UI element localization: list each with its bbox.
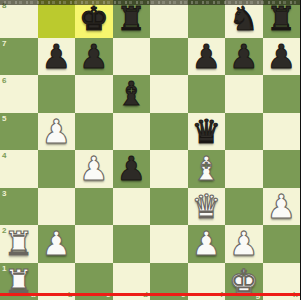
square-b3[interactable] bbox=[38, 188, 76, 226]
square-g8[interactable]: ♞ bbox=[225, 0, 263, 38]
square-g5[interactable] bbox=[225, 113, 263, 151]
square-h5[interactable] bbox=[263, 113, 301, 151]
square-b7[interactable]: ♟ bbox=[38, 38, 76, 76]
square-a6[interactable]: 6 bbox=[0, 75, 38, 113]
square-f3[interactable]: ♛ bbox=[188, 188, 226, 226]
square-e4[interactable] bbox=[150, 150, 188, 188]
rank-label-7: 7 bbox=[2, 39, 6, 48]
square-c4[interactable]: ♟ bbox=[75, 150, 113, 188]
square-e5[interactable] bbox=[150, 113, 188, 151]
square-f8[interactable] bbox=[188, 0, 226, 38]
square-c7[interactable]: ♟ bbox=[75, 38, 113, 76]
piece-black-king[interactable]: ♚ bbox=[75, 0, 113, 38]
square-d5[interactable] bbox=[113, 113, 151, 151]
square-e8[interactable] bbox=[150, 0, 188, 38]
video-title-text bbox=[4, 1, 296, 4]
piece-white-pawn[interactable]: ♟ bbox=[188, 225, 226, 263]
piece-black-pawn[interactable]: ♟ bbox=[38, 38, 76, 76]
square-h8[interactable]: ♜ bbox=[263, 0, 301, 38]
piece-black-pawn[interactable]: ♟ bbox=[263, 38, 301, 76]
piece-black-queen[interactable]: ♛ bbox=[188, 113, 226, 151]
rank-label-4: 4 bbox=[2, 151, 6, 160]
piece-black-rook[interactable]: ♜ bbox=[113, 0, 151, 38]
piece-white-pawn[interactable]: ♟ bbox=[38, 113, 76, 151]
square-d7[interactable] bbox=[113, 38, 151, 76]
square-g7[interactable]: ♟ bbox=[225, 38, 263, 76]
square-a2[interactable]: 2♜ bbox=[0, 225, 38, 263]
square-d2[interactable] bbox=[113, 225, 151, 263]
piece-black-knight[interactable]: ♞ bbox=[225, 0, 263, 38]
square-a8[interactable]: 8 bbox=[0, 0, 38, 38]
piece-white-rook[interactable]: ♜ bbox=[0, 225, 38, 263]
piece-white-bishop[interactable]: ♝ bbox=[188, 150, 226, 188]
square-h3[interactable]: ♟ bbox=[263, 188, 301, 226]
square-h2[interactable] bbox=[263, 225, 301, 263]
square-d6[interactable]: ♝ bbox=[113, 75, 151, 113]
square-a5[interactable]: 5 bbox=[0, 113, 38, 151]
square-b5[interactable]: ♟ bbox=[38, 113, 76, 151]
video-frame: 8♚♜♞♜7♟♟♟♟♟6♝5♟♛4♟♟♝3♛♟2♜♟♟♟1a♜bcdefg♚h bbox=[0, 0, 300, 300]
square-c5[interactable] bbox=[75, 113, 113, 151]
square-c2[interactable] bbox=[75, 225, 113, 263]
square-a3[interactable]: 3 bbox=[0, 188, 38, 226]
square-a7[interactable]: 7 bbox=[0, 38, 38, 76]
rank-label-6: 6 bbox=[2, 76, 6, 85]
video-progress-bar[interactable] bbox=[0, 293, 300, 296]
square-f6[interactable] bbox=[188, 75, 226, 113]
piece-white-pawn[interactable]: ♟ bbox=[225, 225, 263, 263]
square-e7[interactable] bbox=[150, 38, 188, 76]
square-c6[interactable] bbox=[75, 75, 113, 113]
square-b6[interactable] bbox=[38, 75, 76, 113]
square-f5[interactable]: ♛ bbox=[188, 113, 226, 151]
piece-white-pawn[interactable]: ♟ bbox=[263, 188, 301, 226]
square-g2[interactable]: ♟ bbox=[225, 225, 263, 263]
square-d3[interactable] bbox=[113, 188, 151, 226]
square-h4[interactable] bbox=[263, 150, 301, 188]
square-e2[interactable] bbox=[150, 225, 188, 263]
square-e3[interactable] bbox=[150, 188, 188, 226]
chess-board: 8♚♜♞♜7♟♟♟♟♟6♝5♟♛4♟♟♝3♛♟2♜♟♟♟1a♜bcdefg♚h bbox=[0, 0, 300, 300]
square-b2[interactable]: ♟ bbox=[38, 225, 76, 263]
square-b4[interactable] bbox=[38, 150, 76, 188]
square-h6[interactable] bbox=[263, 75, 301, 113]
square-h7[interactable]: ♟ bbox=[263, 38, 301, 76]
square-g4[interactable] bbox=[225, 150, 263, 188]
piece-black-pawn[interactable]: ♟ bbox=[225, 38, 263, 76]
square-g6[interactable] bbox=[225, 75, 263, 113]
piece-white-pawn[interactable]: ♟ bbox=[38, 225, 76, 263]
video-title-overlay bbox=[0, 0, 300, 5]
square-f7[interactable]: ♟ bbox=[188, 38, 226, 76]
piece-black-pawn[interactable]: ♟ bbox=[188, 38, 226, 76]
piece-white-pawn[interactable]: ♟ bbox=[75, 150, 113, 188]
square-c3[interactable] bbox=[75, 188, 113, 226]
piece-black-bishop[interactable]: ♝ bbox=[113, 75, 151, 113]
piece-white-queen[interactable]: ♛ bbox=[188, 188, 226, 226]
square-d8[interactable]: ♜ bbox=[113, 0, 151, 38]
square-g3[interactable] bbox=[225, 188, 263, 226]
square-d4[interactable]: ♟ bbox=[113, 150, 151, 188]
square-e6[interactable] bbox=[150, 75, 188, 113]
square-a4[interactable]: 4 bbox=[0, 150, 38, 188]
square-f2[interactable]: ♟ bbox=[188, 225, 226, 263]
square-c8[interactable]: ♚ bbox=[75, 0, 113, 38]
rank-label-5: 5 bbox=[2, 114, 6, 123]
piece-black-pawn[interactable]: ♟ bbox=[113, 150, 151, 188]
square-f4[interactable]: ♝ bbox=[188, 150, 226, 188]
rank-label-3: 3 bbox=[2, 189, 6, 198]
piece-black-pawn[interactable]: ♟ bbox=[75, 38, 113, 76]
piece-black-rook[interactable]: ♜ bbox=[263, 0, 301, 38]
square-b8[interactable] bbox=[38, 0, 76, 38]
